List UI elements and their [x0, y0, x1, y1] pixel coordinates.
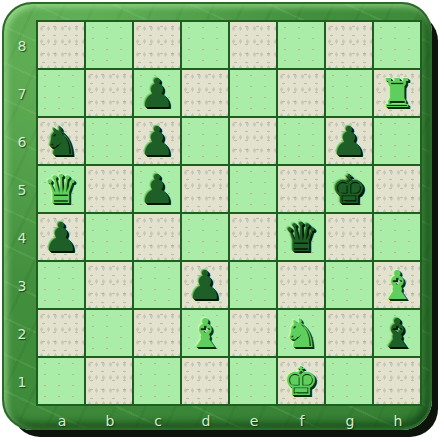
square-d7[interactable]: [182, 70, 228, 116]
black-pawn[interactable]: ♟: [139, 118, 175, 164]
board-frame: 87654321 abcdefgh ♟♜♞♟♟♛♟♚♟♛♟♝♝♞♝♚: [2, 2, 432, 430]
black-pawn[interactable]: ♟: [331, 118, 367, 164]
square-b2[interactable]: [86, 310, 132, 356]
square-g3[interactable]: [326, 262, 372, 308]
square-e4[interactable]: [230, 214, 276, 260]
black-pawn[interactable]: ♟: [139, 70, 175, 116]
square-h8[interactable]: [374, 22, 420, 68]
file-label-h: h: [374, 408, 422, 434]
white-rook[interactable]: ♜: [379, 70, 415, 116]
rank-label-8: 8: [8, 22, 36, 70]
square-b3[interactable]: [86, 262, 132, 308]
square-h3[interactable]: ♝: [374, 262, 420, 308]
black-bishop[interactable]: ♝: [379, 310, 415, 356]
square-h4[interactable]: [374, 214, 420, 260]
square-g8[interactable]: [326, 22, 372, 68]
black-knight[interactable]: ♞: [43, 118, 79, 164]
white-queen[interactable]: ♛: [43, 166, 79, 212]
square-c5[interactable]: ♟: [134, 166, 180, 212]
rank-label-4: 4: [8, 214, 36, 262]
square-h5[interactable]: [374, 166, 420, 212]
square-f2[interactable]: ♞: [278, 310, 324, 356]
file-label-b: b: [86, 408, 134, 434]
square-f6[interactable]: [278, 118, 324, 164]
black-pawn[interactable]: ♟: [43, 214, 79, 260]
square-c6[interactable]: ♟: [134, 118, 180, 164]
square-c7[interactable]: ♟: [134, 70, 180, 116]
square-e1[interactable]: [230, 358, 276, 404]
square-h1[interactable]: [374, 358, 420, 404]
square-c1[interactable]: [134, 358, 180, 404]
square-g1[interactable]: [326, 358, 372, 404]
square-f1[interactable]: ♚: [278, 358, 324, 404]
square-a7[interactable]: [38, 70, 84, 116]
square-b8[interactable]: [86, 22, 132, 68]
white-knight[interactable]: ♞: [283, 310, 319, 356]
square-b1[interactable]: [86, 358, 132, 404]
square-a1[interactable]: [38, 358, 84, 404]
file-label-c: c: [134, 408, 182, 434]
square-d8[interactable]: [182, 22, 228, 68]
white-bishop[interactable]: ♝: [379, 262, 415, 308]
square-b4[interactable]: [86, 214, 132, 260]
square-g5[interactable]: ♚: [326, 166, 372, 212]
square-f4[interactable]: ♛: [278, 214, 324, 260]
square-g2[interactable]: [326, 310, 372, 356]
square-a8[interactable]: [38, 22, 84, 68]
square-f3[interactable]: [278, 262, 324, 308]
black-pawn[interactable]: ♟: [139, 166, 175, 212]
square-c3[interactable]: [134, 262, 180, 308]
square-d6[interactable]: [182, 118, 228, 164]
square-e2[interactable]: [230, 310, 276, 356]
rank-label-5: 5: [8, 166, 36, 214]
square-g4[interactable]: [326, 214, 372, 260]
rank-labels: 87654321: [8, 22, 36, 406]
square-g6[interactable]: ♟: [326, 118, 372, 164]
file-label-g: g: [326, 408, 374, 434]
square-h2[interactable]: ♝: [374, 310, 420, 356]
square-d4[interactable]: [182, 214, 228, 260]
white-bishop[interactable]: ♝: [187, 310, 223, 356]
square-a3[interactable]: [38, 262, 84, 308]
square-d1[interactable]: [182, 358, 228, 404]
square-c8[interactable]: [134, 22, 180, 68]
square-d2[interactable]: ♝: [182, 310, 228, 356]
rank-label-2: 2: [8, 310, 36, 358]
white-king[interactable]: ♚: [283, 358, 319, 404]
square-d3[interactable]: ♟: [182, 262, 228, 308]
file-label-e: e: [230, 408, 278, 434]
square-h6[interactable]: [374, 118, 420, 164]
square-a2[interactable]: [38, 310, 84, 356]
square-b5[interactable]: [86, 166, 132, 212]
square-c2[interactable]: [134, 310, 180, 356]
square-e5[interactable]: [230, 166, 276, 212]
chess-board[interactable]: ♟♜♞♟♟♛♟♚♟♛♟♝♝♞♝♚: [36, 20, 422, 406]
square-a5[interactable]: ♛: [38, 166, 84, 212]
square-d5[interactable]: [182, 166, 228, 212]
rank-label-7: 7: [8, 70, 36, 118]
square-f7[interactable]: [278, 70, 324, 116]
square-f5[interactable]: [278, 166, 324, 212]
square-b7[interactable]: [86, 70, 132, 116]
rank-label-1: 1: [8, 358, 36, 406]
black-queen[interactable]: ♛: [283, 214, 319, 260]
square-g7[interactable]: [326, 70, 372, 116]
file-label-f: f: [278, 408, 326, 434]
rank-label-3: 3: [8, 262, 36, 310]
square-f8[interactable]: [278, 22, 324, 68]
square-a6[interactable]: ♞: [38, 118, 84, 164]
square-a4[interactable]: ♟: [38, 214, 84, 260]
rank-label-6: 6: [8, 118, 36, 166]
square-c4[interactable]: [134, 214, 180, 260]
file-label-a: a: [38, 408, 86, 434]
file-labels: abcdefgh: [38, 408, 422, 434]
black-pawn[interactable]: ♟: [187, 262, 223, 308]
black-king[interactable]: ♚: [331, 166, 367, 212]
file-label-d: d: [182, 408, 230, 434]
square-b6[interactable]: [86, 118, 132, 164]
square-e6[interactable]: [230, 118, 276, 164]
square-e7[interactable]: [230, 70, 276, 116]
square-e3[interactable]: [230, 262, 276, 308]
square-e8[interactable]: [230, 22, 276, 68]
square-h7[interactable]: ♜: [374, 70, 420, 116]
